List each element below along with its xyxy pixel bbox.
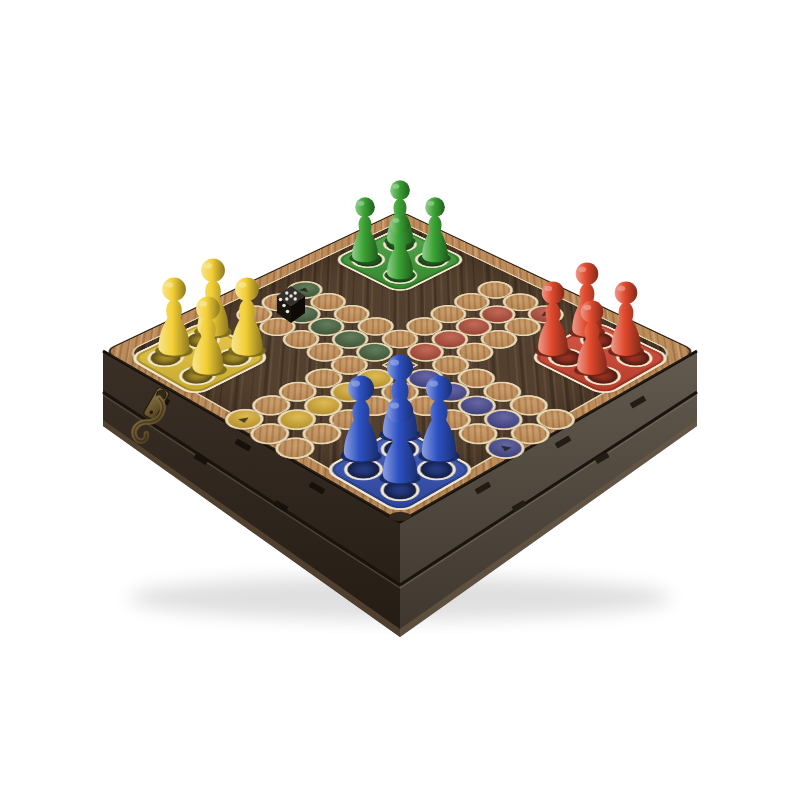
blue-yard-spot[interactable] xyxy=(409,454,464,485)
yellow-yard-spot[interactable] xyxy=(172,362,224,389)
red-yard-spot[interactable] xyxy=(609,344,660,371)
green-yard-spot[interactable] xyxy=(344,248,392,271)
red-yard-spot[interactable] xyxy=(577,362,629,389)
red-yard-spot[interactable] xyxy=(541,344,592,371)
red-start-arrow-icon xyxy=(537,310,554,318)
ludo-box-scene xyxy=(0,0,800,800)
blue-yard-spot[interactable] xyxy=(372,475,427,506)
blue-yard-spot[interactable] xyxy=(336,454,391,485)
green-yard-spot[interactable] xyxy=(408,248,456,271)
green-start-arrow-icon xyxy=(296,286,312,294)
green-yard-spot[interactable] xyxy=(376,264,424,288)
yellow-yard-spot[interactable] xyxy=(177,327,228,353)
yellow-yard-spot[interactable] xyxy=(208,344,259,371)
green-yard-spot[interactable] xyxy=(376,233,423,256)
red-yard-spot[interactable] xyxy=(573,327,624,353)
blue-yard-spot[interactable] xyxy=(373,435,427,465)
yellow-start-arrow-icon xyxy=(236,415,254,425)
green-yard xyxy=(331,226,470,294)
blue-start-arrow-icon xyxy=(496,443,514,453)
yellow-yard-spot[interactable] xyxy=(140,344,191,371)
